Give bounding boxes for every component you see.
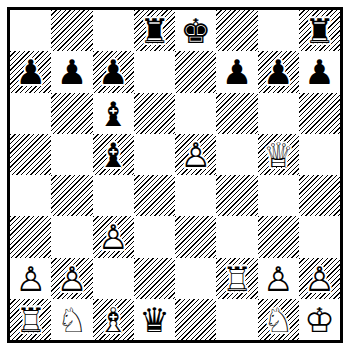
black-pawn[interactable]: ♟♟ — [10, 51, 51, 92]
square-c4[interactable] — [93, 175, 134, 216]
piece-glyph: ♖ — [216, 258, 257, 299]
square-g5[interactable]: ♛♕ — [258, 134, 299, 175]
piece-glyph: ♘ — [51, 299, 92, 340]
square-b5[interactable] — [51, 134, 92, 175]
piece-glyph: ♙ — [93, 216, 134, 257]
black-pawn[interactable]: ♟♟ — [299, 51, 340, 92]
piece-glyph: ♟ — [10, 51, 51, 92]
square-a2[interactable]: ♟♙ — [10, 258, 51, 299]
square-d3[interactable] — [134, 216, 175, 257]
square-b6[interactable] — [51, 93, 92, 134]
square-g7[interactable]: ♟♟ — [258, 51, 299, 92]
piece-glyph: ♟ — [51, 51, 92, 92]
piece-glyph: ♖ — [10, 299, 51, 340]
board-frame: ♜♜♚♚♜♜♟♟♟♟♟♟♟♟♟♟♟♟♝♝♝♝♟♙♛♕♟♙♟♙♟♙♜♖♟♙♟♙♜♖… — [7, 7, 343, 343]
square-b3[interactable] — [51, 216, 92, 257]
piece-glyph: ♘ — [258, 299, 299, 340]
square-h8[interactable]: ♜♜ — [299, 10, 340, 51]
white-king[interactable]: ♚♔ — [299, 299, 340, 340]
white-pawn[interactable]: ♟♙ — [51, 258, 92, 299]
square-b7[interactable]: ♟♟ — [51, 51, 92, 92]
piece-glyph: ♝ — [93, 93, 134, 134]
square-f4[interactable] — [216, 175, 257, 216]
square-h1[interactable]: ♚♔ — [299, 299, 340, 340]
black-rook[interactable]: ♜♜ — [299, 10, 340, 51]
square-f7[interactable]: ♟♟ — [216, 51, 257, 92]
piece-glyph: ♜ — [134, 10, 175, 51]
white-pawn[interactable]: ♟♙ — [93, 216, 134, 257]
piece-glyph: ♙ — [51, 258, 92, 299]
white-rook[interactable]: ♜♖ — [216, 258, 257, 299]
white-knight[interactable]: ♞♘ — [51, 299, 92, 340]
square-e1[interactable] — [175, 299, 216, 340]
square-c2[interactable] — [93, 258, 134, 299]
square-e7[interactable] — [175, 51, 216, 92]
square-c3[interactable]: ♟♙ — [93, 216, 134, 257]
piece-glyph: ♙ — [299, 258, 340, 299]
square-f2[interactable]: ♜♖ — [216, 258, 257, 299]
square-e4[interactable] — [175, 175, 216, 216]
square-g1[interactable]: ♞♘ — [258, 299, 299, 340]
piece-glyph: ♚ — [175, 10, 216, 51]
square-c5[interactable]: ♝♝ — [93, 134, 134, 175]
white-bishop[interactable]: ♝♗ — [93, 299, 134, 340]
piece-glyph: ♝ — [93, 134, 134, 175]
square-b2[interactable]: ♟♙ — [51, 258, 92, 299]
white-pawn[interactable]: ♟♙ — [175, 134, 216, 175]
square-e5[interactable]: ♟♙ — [175, 134, 216, 175]
black-pawn[interactable]: ♟♟ — [258, 51, 299, 92]
square-c8[interactable] — [93, 10, 134, 51]
square-h6[interactable] — [299, 93, 340, 134]
square-a8[interactable] — [10, 10, 51, 51]
square-b1[interactable]: ♞♘ — [51, 299, 92, 340]
square-f8[interactable] — [216, 10, 257, 51]
square-e6[interactable] — [175, 93, 216, 134]
black-bishop[interactable]: ♝♝ — [93, 93, 134, 134]
square-d2[interactable] — [134, 258, 175, 299]
piece-glyph: ♛ — [134, 299, 175, 340]
square-f5[interactable] — [216, 134, 257, 175]
square-c1[interactable]: ♝♗ — [93, 299, 134, 340]
piece-glyph: ♗ — [93, 299, 134, 340]
square-f1[interactable] — [216, 299, 257, 340]
square-h5[interactable] — [299, 134, 340, 175]
black-rook[interactable]: ♜♜ — [134, 10, 175, 51]
square-e3[interactable] — [175, 216, 216, 257]
square-e2[interactable] — [175, 258, 216, 299]
square-c6[interactable]: ♝♝ — [93, 93, 134, 134]
white-pawn[interactable]: ♟♙ — [10, 258, 51, 299]
square-g8[interactable] — [258, 10, 299, 51]
black-pawn[interactable]: ♟♟ — [51, 51, 92, 92]
square-b4[interactable] — [51, 175, 92, 216]
piece-glyph: ♙ — [175, 134, 216, 175]
black-king[interactable]: ♚♚ — [175, 10, 216, 51]
white-pawn[interactable]: ♟♙ — [258, 258, 299, 299]
square-f3[interactable] — [216, 216, 257, 257]
square-h7[interactable]: ♟♟ — [299, 51, 340, 92]
white-knight[interactable]: ♞♘ — [258, 299, 299, 340]
square-c7[interactable]: ♟♟ — [93, 51, 134, 92]
black-pawn[interactable]: ♟♟ — [93, 51, 134, 92]
piece-glyph: ♙ — [258, 258, 299, 299]
square-g2[interactable]: ♟♙ — [258, 258, 299, 299]
white-rook[interactable]: ♜♖ — [10, 299, 51, 340]
piece-glyph: ♙ — [10, 258, 51, 299]
square-a3[interactable] — [10, 216, 51, 257]
piece-glyph: ♟ — [299, 51, 340, 92]
square-a5[interactable] — [10, 134, 51, 175]
square-d5[interactable] — [134, 134, 175, 175]
black-bishop[interactable]: ♝♝ — [93, 134, 134, 175]
piece-glyph: ♜ — [299, 10, 340, 51]
square-a7[interactable]: ♟♟ — [10, 51, 51, 92]
black-queen[interactable]: ♛♛ — [134, 299, 175, 340]
piece-glyph: ♟ — [258, 51, 299, 92]
square-f6[interactable] — [216, 93, 257, 134]
square-h2[interactable]: ♟♙ — [299, 258, 340, 299]
piece-glyph: ♟ — [216, 51, 257, 92]
piece-glyph: ♔ — [299, 299, 340, 340]
square-a4[interactable] — [10, 175, 51, 216]
square-d6[interactable] — [134, 93, 175, 134]
square-g6[interactable] — [258, 93, 299, 134]
piece-glyph: ♕ — [258, 134, 299, 175]
square-d1[interactable]: ♛♛ — [134, 299, 175, 340]
white-queen[interactable]: ♛♕ — [258, 134, 299, 175]
square-g3[interactable] — [258, 216, 299, 257]
piece-glyph: ♟ — [93, 51, 134, 92]
square-h3[interactable] — [299, 216, 340, 257]
square-h4[interactable] — [299, 175, 340, 216]
chessboard: ♜♜♚♚♜♜♟♟♟♟♟♟♟♟♟♟♟♟♝♝♝♝♟♙♛♕♟♙♟♙♟♙♜♖♟♙♟♙♜♖… — [10, 10, 340, 340]
square-b8[interactable] — [51, 10, 92, 51]
square-d7[interactable] — [134, 51, 175, 92]
square-d4[interactable] — [134, 175, 175, 216]
square-e8[interactable]: ♚♚ — [175, 10, 216, 51]
square-g4[interactable] — [258, 175, 299, 216]
black-pawn[interactable]: ♟♟ — [216, 51, 257, 92]
square-a1[interactable]: ♜♖ — [10, 299, 51, 340]
square-d8[interactable]: ♜♜ — [134, 10, 175, 51]
square-a6[interactable] — [10, 93, 51, 134]
white-pawn[interactable]: ♟♙ — [299, 258, 340, 299]
